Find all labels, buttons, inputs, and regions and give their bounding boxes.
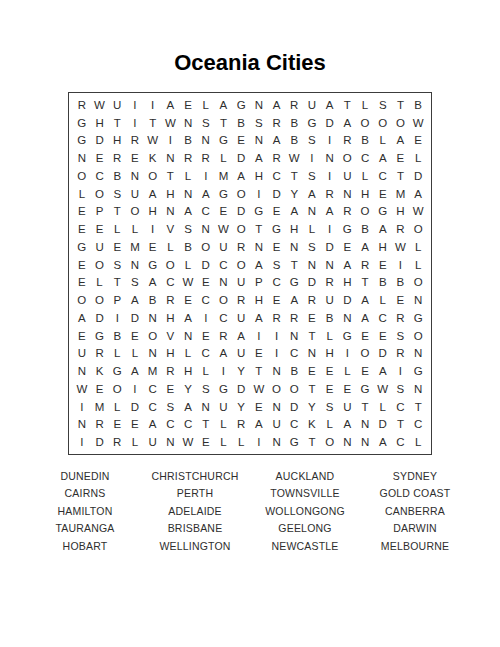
grid-cell: W [409, 114, 427, 132]
grid-cell: O [356, 114, 374, 132]
grid-cell: D [285, 398, 303, 416]
grid-cell: U [339, 167, 357, 185]
grid-cell: E [126, 416, 144, 434]
grid-cell: H [179, 362, 197, 380]
grid-cell: T [303, 327, 321, 345]
grid-cell: R [339, 132, 357, 150]
grid-cell: A [73, 309, 91, 327]
grid-cell: V [162, 220, 180, 238]
grid-cell: O [232, 220, 250, 238]
grid-cell: L [374, 291, 392, 309]
word-list-item: WOLLONGONG [250, 503, 360, 520]
grid-cell: A [356, 238, 374, 256]
grid-cell: M [144, 362, 162, 380]
grid-cell: G [215, 380, 233, 398]
grid-cell: N [339, 433, 357, 451]
grid-cell: R [73, 96, 91, 114]
grid-cell: E [268, 238, 286, 256]
grid-cell: I [162, 132, 180, 150]
grid-cell: L [215, 433, 233, 451]
grid-cell: T [285, 256, 303, 274]
grid-cell: R [179, 149, 197, 167]
grid-cell: U [108, 96, 126, 114]
grid-cell: E [73, 274, 91, 292]
grid-cell: A [250, 149, 268, 167]
word-list-item: AUCKLAND [250, 468, 360, 485]
grid-cell: A [162, 96, 180, 114]
grid-cell: I [303, 149, 321, 167]
puzzle-title: Oceania Cities [0, 50, 500, 76]
grid-cell: E [339, 238, 357, 256]
grid-cell: P [91, 203, 109, 221]
grid-cell: N [409, 345, 427, 363]
grid-cell: L [303, 220, 321, 238]
grid-cell: H [374, 238, 392, 256]
grid-cell: I [268, 345, 286, 363]
grid-cell: E [126, 327, 144, 345]
grid-cell: U [126, 185, 144, 203]
grid-cell: G [374, 203, 392, 221]
grid-cell: Y [303, 398, 321, 416]
grid-cell: S [374, 96, 392, 114]
grid-cell: A [321, 96, 339, 114]
grid-cell: M [126, 238, 144, 256]
grid-cell: A [126, 362, 144, 380]
grid-cell: O [232, 185, 250, 203]
grid-cell: G [356, 380, 374, 398]
grid-cell: N [73, 149, 91, 167]
grid-cell: T [250, 220, 268, 238]
word-list-item: PERTH [140, 485, 250, 502]
grid-cell: I [250, 327, 268, 345]
grid-cell: A [179, 309, 197, 327]
grid-cell: W [285, 149, 303, 167]
grid-cell: S [392, 380, 410, 398]
grid-cell: E [339, 380, 357, 398]
grid-cell: I [197, 309, 215, 327]
grid-cell: R [392, 309, 410, 327]
grid-cell: E [91, 220, 109, 238]
grid-cell: T [392, 416, 410, 434]
grid-cell: N [268, 362, 286, 380]
grid-cell: N [126, 167, 144, 185]
grid-cell: A [179, 203, 197, 221]
grid-cell: A [374, 220, 392, 238]
grid-cell: N [356, 433, 374, 451]
grid-cell: U [144, 433, 162, 451]
grid-cell: H [321, 345, 339, 363]
word-list-item: BRISBANE [140, 520, 250, 537]
grid-cell: E [197, 274, 215, 292]
grid-cell: I [215, 362, 233, 380]
grid-cell: C [162, 274, 180, 292]
grid-cell: L [73, 185, 91, 203]
grid-cell: I [268, 327, 286, 345]
grid-cell: D [91, 132, 109, 150]
grid-cell: C [215, 256, 233, 274]
grid-cell: G [215, 185, 233, 203]
grid-cell: A [268, 132, 286, 150]
grid-cell: R [197, 149, 215, 167]
grid-cell: Y [232, 398, 250, 416]
grid-cell: O [108, 380, 126, 398]
word-list-item: WELLINGTON [140, 538, 250, 555]
grid-cell: Y [179, 380, 197, 398]
grid-cell: E [179, 96, 197, 114]
grid-cell: W [179, 433, 197, 451]
grid-cell: N [303, 203, 321, 221]
grid-cell: R [285, 309, 303, 327]
grid-cell: A [250, 416, 268, 434]
grid-cell: U [321, 291, 339, 309]
grid-cell: B [374, 274, 392, 292]
grid-cell: R [232, 416, 250, 434]
grid-cell: N [73, 416, 91, 434]
grid-cell: A [126, 291, 144, 309]
grid-cell: G [215, 132, 233, 150]
grid-cell: A [285, 291, 303, 309]
grid-cell: E [303, 309, 321, 327]
word-list-item: NEWCASTLE [250, 538, 360, 555]
grid-cell: H [144, 203, 162, 221]
grid-cell: T [108, 203, 126, 221]
grid-cell: S [250, 114, 268, 132]
grid-cell: G [73, 114, 91, 132]
grid-cell: D [91, 309, 109, 327]
grid-cell: O [356, 203, 374, 221]
grid-cell: I [126, 96, 144, 114]
grid-cell: E [179, 291, 197, 309]
grid-cell: A [144, 274, 162, 292]
word-list-item: CANBERRA [360, 503, 470, 520]
grid-cell: O [73, 167, 91, 185]
grid-cell: B [392, 274, 410, 292]
grid-cell: R [232, 291, 250, 309]
grid-cell: N [250, 132, 268, 150]
word-list-item: DARWIN [360, 520, 470, 537]
grid-cell: Y [232, 362, 250, 380]
grid-cell: A [339, 416, 357, 434]
grid-cell: E [268, 203, 286, 221]
grid-cell: R [339, 203, 357, 221]
grid-cell: O [374, 114, 392, 132]
grid-cell: L [409, 256, 427, 274]
grid-cell: A [144, 416, 162, 434]
grid-cell: S [392, 327, 410, 345]
grid-cell: A [215, 345, 233, 363]
grid-cell: L [108, 398, 126, 416]
grid-cell: G [232, 96, 250, 114]
grid-cell: A [215, 96, 233, 114]
grid-cell: M [215, 167, 233, 185]
grid-cell: W [162, 114, 180, 132]
grid-cell: W [144, 132, 162, 150]
grid-cell: U [232, 309, 250, 327]
grid-cell: A [303, 185, 321, 203]
grid-cell: L [108, 220, 126, 238]
grid-cell: O [321, 433, 339, 451]
grid-cell: I [144, 220, 162, 238]
grid-cell: W [215, 220, 233, 238]
grid-cell: G [91, 327, 109, 345]
grid-cell: D [321, 114, 339, 132]
grid-cell: L [356, 96, 374, 114]
grid-cell: T [409, 398, 427, 416]
grid-cell: T [303, 433, 321, 451]
grid-cell: E [91, 149, 109, 167]
grid-cell: K [303, 416, 321, 434]
grid-cell: E [73, 256, 91, 274]
grid-cell: R [303, 291, 321, 309]
grid-cell: D [303, 274, 321, 292]
grid-cell: B [144, 291, 162, 309]
grid-cell: D [91, 433, 109, 451]
grid-cell: D [409, 167, 427, 185]
grid-cell: E [303, 362, 321, 380]
grid-cell: I [392, 362, 410, 380]
grid-cell: G [250, 203, 268, 221]
grid-cell: C [392, 398, 410, 416]
grid-cell: N [303, 345, 321, 363]
grid-cell: A [321, 203, 339, 221]
grid-cell: E [356, 327, 374, 345]
grid-cell: A [144, 185, 162, 203]
grid-cell: H [162, 185, 180, 203]
grid-cell: T [215, 114, 233, 132]
word-column: DUNEDINCAIRNSHAMILTONTAURANGAHOBART [30, 468, 140, 555]
grid-cell: A [285, 203, 303, 221]
grid-cell: U [91, 238, 109, 256]
grid-cell: U [232, 345, 250, 363]
grid-cell: B [356, 220, 374, 238]
grid-cell: N [162, 203, 180, 221]
word-list-item: MELBOURNE [360, 538, 470, 555]
grid-cell: I [392, 256, 410, 274]
grid-cell: N [409, 291, 427, 309]
grid-cell: R [268, 309, 286, 327]
grid-cell: N [197, 398, 215, 416]
grid-cell: N [356, 416, 374, 434]
grid-cell: D [232, 203, 250, 221]
grid-cell: G [339, 220, 357, 238]
word-list-item: HAMILTON [30, 503, 140, 520]
grid-cell: T [197, 416, 215, 434]
grid-cell: S [303, 132, 321, 150]
grid-cell: G [73, 132, 91, 150]
grid-cell: R [108, 433, 126, 451]
grid-cell: T [339, 96, 357, 114]
grid-cell: C [285, 345, 303, 363]
grid-cell: I [339, 345, 357, 363]
grid-cell: O [409, 327, 427, 345]
grid-cell: L [179, 256, 197, 274]
grid-cell: N [215, 274, 233, 292]
grid-cell: R [268, 149, 286, 167]
grid-cell: N [162, 433, 180, 451]
grid-cell: L [162, 238, 180, 256]
grid-cell: O [126, 203, 144, 221]
grid-cell: B [285, 362, 303, 380]
grid-cell: A [197, 185, 215, 203]
grid-cell: E [374, 256, 392, 274]
word-list-item: DUNEDIN [30, 468, 140, 485]
grid-cell: R [162, 362, 180, 380]
grid-cell: I [321, 132, 339, 150]
grid-cell: D [321, 238, 339, 256]
grid-cell: L [126, 433, 144, 451]
grid-cell: E [91, 380, 109, 398]
grid-cell: U [215, 398, 233, 416]
grid-cell: A [250, 256, 268, 274]
grid-cell: H [356, 185, 374, 203]
grid-cell: D [126, 309, 144, 327]
grid-cell: W [374, 380, 392, 398]
grid-cell: D [232, 380, 250, 398]
grid-cell: I [197, 167, 215, 185]
grid-cell: K [144, 149, 162, 167]
grid-cell: A [232, 167, 250, 185]
grid-cell: E [321, 380, 339, 398]
grid-cell: G [268, 220, 286, 238]
grid-cell: R [91, 345, 109, 363]
grid-cell: E [356, 362, 374, 380]
grid-cell: C [197, 345, 215, 363]
grid-cell: O [144, 167, 162, 185]
grid-cell: E [392, 291, 410, 309]
grid-cell: R [232, 238, 250, 256]
grid-cell: S [108, 185, 126, 203]
grid-cell: B [285, 114, 303, 132]
grid-cell: C [91, 167, 109, 185]
grid-cell: T [303, 380, 321, 398]
grid-cell: C [409, 416, 427, 434]
grid-cell: N [73, 362, 91, 380]
grid-cell: E [321, 362, 339, 380]
grid-cell: I [250, 433, 268, 451]
grid-cell: L [215, 149, 233, 167]
grid-cell: S [197, 380, 215, 398]
grid-cell: G [108, 362, 126, 380]
grid-cell: A [232, 327, 250, 345]
grid-cell: C [285, 416, 303, 434]
grid-cell: H [250, 167, 268, 185]
grid-cell: E [144, 238, 162, 256]
grid-cell: R [268, 114, 286, 132]
grid-cell: L [126, 220, 144, 238]
grid-cell: N [268, 398, 286, 416]
grid-cell: H [339, 274, 357, 292]
grid-cell: H [91, 114, 109, 132]
grid-cell: E [197, 327, 215, 345]
word-list-item: TOWNSVILLE [250, 485, 360, 502]
grid-cell: O [268, 380, 286, 398]
grid-cell: N [126, 256, 144, 274]
grid-cell: L [126, 345, 144, 363]
grid-cell: C [374, 167, 392, 185]
grid-cell: N [339, 185, 357, 203]
grid-cell: E [392, 149, 410, 167]
grid-cell: E [374, 327, 392, 345]
grid-cell: H [162, 309, 180, 327]
grid-cell: H [285, 220, 303, 238]
grid-cell: L [215, 416, 233, 434]
grid-cell: B [232, 114, 250, 132]
grid-cell: S [321, 398, 339, 416]
word-list-item: CHRISTCHURCH [140, 468, 250, 485]
grid-cell: W [91, 96, 109, 114]
grid-cell: O [91, 185, 109, 203]
word-list-item: GEELONG [250, 520, 360, 537]
grid-cell: U [215, 238, 233, 256]
grid-cell: H [250, 291, 268, 309]
grid-cell: T [144, 114, 162, 132]
grid-cell: L [232, 433, 250, 451]
grid-cell: I [321, 167, 339, 185]
grid-cell: C [144, 380, 162, 398]
grid-cell: A [250, 309, 268, 327]
grid-cell: P [108, 291, 126, 309]
grid-cell: L [197, 96, 215, 114]
grid-cell: E [108, 416, 126, 434]
grid-cell: A [374, 149, 392, 167]
grid-cell: O [197, 238, 215, 256]
grid-cell: O [162, 256, 180, 274]
grid-cell: N [179, 114, 197, 132]
grid-cell: O [215, 291, 233, 309]
word-list: DUNEDINCAIRNSHAMILTONTAURANGAHOBARTCHRIS… [0, 468, 500, 555]
grid-cell: N [250, 96, 268, 114]
grid-cell: T [392, 167, 410, 185]
grid-cell: R [321, 185, 339, 203]
grid-cell: O [91, 291, 109, 309]
grid-cell: N [179, 185, 197, 203]
grid-cell: L [356, 167, 374, 185]
grid-cell: R [162, 291, 180, 309]
grid-cell: E [268, 291, 286, 309]
grid-cell: A [374, 433, 392, 451]
grid-cell: C [197, 291, 215, 309]
grid-cell: N [268, 433, 286, 451]
grid-cell: N [285, 238, 303, 256]
grid-cell: S [303, 167, 321, 185]
grid-cell: L [339, 362, 357, 380]
grid-cell: G [409, 362, 427, 380]
grid-cell: N [321, 149, 339, 167]
grid-cell: N [303, 256, 321, 274]
grid-cell: G [285, 274, 303, 292]
grid-cell: N [321, 256, 339, 274]
grid-cell: T [356, 398, 374, 416]
grid-cell: C [268, 274, 286, 292]
word-list-item: ADELAIDE [140, 503, 250, 520]
grid-cell: E [409, 132, 427, 150]
grid-cell: L [374, 132, 392, 150]
grid-cell: Y [285, 185, 303, 203]
grid-cell: A [339, 256, 357, 274]
grid-cell: L [179, 345, 197, 363]
grid-cell: L [409, 238, 427, 256]
grid-cell: R [321, 274, 339, 292]
grid-cell: O [232, 256, 250, 274]
grid-cell: G [339, 327, 357, 345]
grid-cell: E [73, 203, 91, 221]
grid-cell: S [303, 238, 321, 256]
grid-cell: U [232, 274, 250, 292]
grid-cell: O [73, 291, 91, 309]
grid-cell: C [144, 398, 162, 416]
grid-cell: N [285, 327, 303, 345]
grid-cell: H [162, 345, 180, 363]
